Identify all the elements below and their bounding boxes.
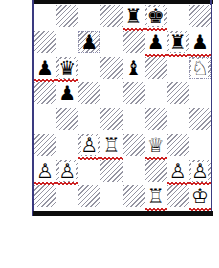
dark-square-fill [100,5,122,27]
square-b3 [56,134,78,160]
square-b5: ♟ [56,82,78,108]
square-c5 [78,82,100,108]
dark-square-fill [100,108,122,130]
square-c2 [78,160,100,186]
dark-square-fill [78,185,100,207]
dark-square-fill [100,57,122,79]
black-pawn-f7-icon: ♟ [145,31,167,53]
white-king-h1-icon: ♔ [189,185,211,207]
light-square-fill [100,31,122,53]
diagram-caption: 20. White to move (1000CC-268) Karpov v … [9,232,214,268]
square-g3 [167,134,189,160]
square-d4 [100,108,122,134]
white-knight-h6-icon: ♘ [189,57,211,79]
dark-square-fill [167,134,189,156]
dark-square-fill [189,108,211,130]
dark-square-fill [34,31,56,53]
light-square-fill [78,5,100,27]
light-square-fill [167,5,189,27]
square-f3: ♕ [145,134,167,160]
dark-square-fill [145,57,167,79]
square-h4 [189,108,211,134]
square-f1: ♖ [145,185,167,211]
dark-square-fill [145,108,167,130]
light-square-fill [145,82,167,104]
square-c8 [78,5,100,31]
document-page: ♜♚♟♟♜♟♟♛♝♘♟♙♖♕♙♙♙♙♖♔ 20. White to move (… [0,0,219,268]
square-d5 [100,82,122,108]
black-pawn-h7-icon: ♟ [189,31,211,53]
light-square-fill [167,57,189,79]
black-rook-e8-icon: ♜ [123,5,145,27]
square-e1 [123,185,145,211]
light-square-fill [123,108,145,130]
square-g4 [167,108,189,134]
white-pawn-g2-icon: ♙ [167,160,189,182]
dark-square-fill [123,134,145,156]
square-e2 [123,160,145,186]
light-square-fill [100,82,122,104]
dark-square-fill [56,5,78,27]
light-square-fill [56,185,78,207]
square-c4 [78,108,100,134]
square-b1 [56,185,78,211]
square-a7 [34,31,56,57]
dark-square-fill [123,185,145,207]
square-f4 [145,108,167,134]
square-e3 [123,134,145,160]
dark-square-fill [123,31,145,53]
square-g2: ♙ [167,160,189,186]
light-square-fill [78,108,100,130]
square-g1 [167,185,189,211]
square-a3 [34,134,56,160]
light-square-fill [189,134,211,156]
square-d1 [100,185,122,211]
light-square-fill [78,160,100,182]
square-d6 [100,57,122,83]
light-square-fill [100,185,122,207]
square-b4 [56,108,78,134]
square-g5 [167,82,189,108]
dark-square-fill [167,185,189,207]
black-king-f8-icon: ♚ [145,5,167,27]
white-pawn-b2-icon: ♙ [56,160,78,182]
square-c3: ♙ [78,134,100,160]
square-f6 [145,57,167,83]
square-g7: ♜ [167,31,189,57]
square-c6 [78,57,100,83]
white-rook-f1-icon: ♖ [145,185,167,207]
chess-board: ♜♚♟♟♜♟♟♛♝♘♟♙♖♕♙♙♙♙♖♔ [34,5,211,211]
square-d2 [100,160,122,186]
square-f5 [145,82,167,108]
square-c1 [78,185,100,211]
square-f8: ♚ [145,5,167,31]
square-c7: ♟ [78,31,100,57]
square-b2: ♙ [56,160,78,186]
black-pawn-c7-icon: ♟ [78,31,100,53]
square-h6: ♘ [189,57,211,83]
dark-square-fill [34,82,56,104]
square-h2: ♙ [189,160,211,186]
black-pawn-a6-icon: ♟ [34,57,56,79]
light-square-fill [167,108,189,130]
dark-square-fill [123,82,145,104]
dark-square-fill [145,160,167,182]
black-queen-b6-icon: ♛ [56,57,78,79]
square-h8 [189,5,211,31]
white-rook-d3-icon: ♖ [100,134,122,156]
square-f2 [145,160,167,186]
square-e6: ♝ [123,57,145,83]
square-d3: ♖ [100,134,122,160]
white-queen-f3-icon: ♕ [145,134,167,156]
white-pawn-a2-icon: ♙ [34,160,56,182]
square-e5 [123,82,145,108]
light-square-fill [56,31,78,53]
light-square-fill [34,108,56,130]
square-d7 [100,31,122,57]
square-d8 [100,5,122,31]
dark-square-fill [56,108,78,130]
square-h3 [189,134,211,160]
square-e7 [123,31,145,57]
square-a2: ♙ [34,160,56,186]
light-square-fill [34,5,56,27]
dark-square-fill [167,82,189,104]
square-b6: ♛ [56,57,78,83]
square-e4 [123,108,145,134]
dark-square-fill [34,134,56,156]
light-square-fill [56,134,78,156]
square-e8: ♜ [123,5,145,31]
light-square-fill [78,57,100,79]
square-a8 [34,5,56,31]
light-square-fill [123,160,145,182]
square-a1 [34,185,56,211]
dark-square-fill [100,160,122,182]
white-pawn-h2-icon: ♙ [189,160,211,182]
square-a6: ♟ [34,57,56,83]
dark-square-fill [189,5,211,27]
square-h7: ♟ [189,31,211,57]
square-b8 [56,5,78,31]
board-bottom-border [33,211,213,216]
square-b7 [56,31,78,57]
square-a4 [34,108,56,134]
square-g6 [167,57,189,83]
black-bishop-e6-icon: ♝ [123,57,145,79]
dark-square-fill [34,185,56,207]
square-a5 [34,82,56,108]
square-f7: ♟ [145,31,167,57]
board-top-border [33,0,213,4]
dark-square-fill [78,82,100,104]
square-g8 [167,5,189,31]
white-pawn-c3-icon: ♙ [78,134,100,156]
square-h1: ♔ [189,185,211,211]
black-rook-g7-icon: ♜ [167,31,189,53]
light-square-fill [189,82,211,104]
black-pawn-b5-icon: ♟ [56,82,78,104]
square-h5 [189,82,211,108]
